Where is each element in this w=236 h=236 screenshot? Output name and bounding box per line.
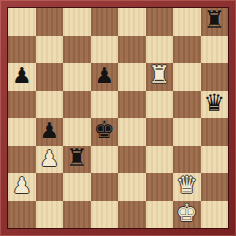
square-h7[interactable] (201, 36, 229, 64)
square-d8[interactable] (91, 8, 119, 36)
square-e8[interactable] (118, 8, 146, 36)
square-h6[interactable] (201, 63, 229, 91)
square-f2[interactable] (146, 173, 174, 201)
square-d3[interactable] (91, 146, 119, 174)
chess-board-frame: ♜♟♟♜♛♟♚♟♜♟♛♚ (0, 0, 236, 236)
square-h5[interactable]: ♛ (201, 91, 229, 119)
piece-black-pawn[interactable]: ♟ (94, 62, 114, 90)
square-e6[interactable] (118, 63, 146, 91)
piece-white-king[interactable]: ♚ (176, 200, 198, 228)
square-a1[interactable] (8, 201, 36, 229)
square-a2[interactable]: ♟ (8, 173, 36, 201)
piece-white-pawn[interactable]: ♟ (39, 145, 59, 173)
square-g1[interactable]: ♚ (173, 201, 201, 229)
piece-white-rook[interactable]: ♜ (148, 62, 170, 90)
square-g7[interactable] (173, 36, 201, 64)
piece-black-king[interactable]: ♚ (93, 117, 115, 145)
chess-board: ♜♟♟♜♛♟♚♟♜♟♛♚ (8, 8, 228, 228)
square-a3[interactable] (8, 146, 36, 174)
piece-black-rook[interactable]: ♜ (203, 7, 225, 35)
square-h1[interactable] (201, 201, 229, 229)
square-b8[interactable] (36, 8, 64, 36)
square-d5[interactable] (91, 91, 119, 119)
square-e7[interactable] (118, 36, 146, 64)
square-g8[interactable] (173, 8, 201, 36)
square-e4[interactable] (118, 118, 146, 146)
square-b3[interactable]: ♟ (36, 146, 64, 174)
square-d1[interactable] (91, 201, 119, 229)
square-e3[interactable] (118, 146, 146, 174)
square-h3[interactable] (201, 146, 229, 174)
square-a8[interactable] (8, 8, 36, 36)
square-a5[interactable] (8, 91, 36, 119)
piece-black-rook[interactable]: ♜ (66, 145, 88, 173)
square-b5[interactable] (36, 91, 64, 119)
piece-white-pawn[interactable]: ♟ (12, 172, 32, 200)
square-a7[interactable] (8, 36, 36, 64)
square-g2[interactable]: ♛ (173, 173, 201, 201)
square-f1[interactable] (146, 201, 174, 229)
square-c1[interactable] (63, 201, 91, 229)
square-c4[interactable] (63, 118, 91, 146)
square-f8[interactable] (146, 8, 174, 36)
square-f3[interactable] (146, 146, 174, 174)
piece-white-queen[interactable]: ♛ (176, 172, 198, 200)
square-c3[interactable]: ♜ (63, 146, 91, 174)
square-c8[interactable] (63, 8, 91, 36)
piece-black-pawn[interactable]: ♟ (12, 62, 32, 90)
square-g5[interactable] (173, 91, 201, 119)
square-d7[interactable] (91, 36, 119, 64)
square-c6[interactable] (63, 63, 91, 91)
square-h4[interactable] (201, 118, 229, 146)
square-g4[interactable] (173, 118, 201, 146)
square-c5[interactable] (63, 91, 91, 119)
square-e1[interactable] (118, 201, 146, 229)
square-d4[interactable]: ♚ (91, 118, 119, 146)
square-a4[interactable] (8, 118, 36, 146)
square-f7[interactable] (146, 36, 174, 64)
square-a6[interactable]: ♟ (8, 63, 36, 91)
piece-black-pawn[interactable]: ♟ (39, 117, 59, 145)
square-c2[interactable] (63, 173, 91, 201)
square-b6[interactable] (36, 63, 64, 91)
square-h8[interactable]: ♜ (201, 8, 229, 36)
square-d6[interactable]: ♟ (91, 63, 119, 91)
square-b2[interactable] (36, 173, 64, 201)
piece-black-queen[interactable]: ♛ (203, 90, 225, 118)
square-b1[interactable] (36, 201, 64, 229)
square-b4[interactable]: ♟ (36, 118, 64, 146)
square-g6[interactable] (173, 63, 201, 91)
square-h2[interactable] (201, 173, 229, 201)
square-f6[interactable]: ♜ (146, 63, 174, 91)
square-d2[interactable] (91, 173, 119, 201)
square-f4[interactable] (146, 118, 174, 146)
square-b7[interactable] (36, 36, 64, 64)
square-c7[interactable] (63, 36, 91, 64)
square-f5[interactable] (146, 91, 174, 119)
square-e5[interactable] (118, 91, 146, 119)
square-e2[interactable] (118, 173, 146, 201)
square-g3[interactable] (173, 146, 201, 174)
